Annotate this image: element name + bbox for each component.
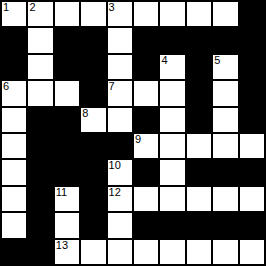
clue-number-1: 1 bbox=[3, 2, 9, 13]
cell-r2c9 bbox=[213, 28, 237, 52]
cell-r9c5[interactable] bbox=[108, 213, 132, 237]
cell-r4c9[interactable] bbox=[213, 81, 237, 105]
cell-r9c4 bbox=[81, 213, 105, 237]
cell-r7c10 bbox=[240, 160, 264, 184]
cell-r4c1[interactable]: 6 bbox=[2, 81, 26, 105]
cell-r10c6[interactable] bbox=[134, 240, 158, 264]
cell-r5c6 bbox=[134, 108, 158, 132]
cell-r9c6 bbox=[134, 213, 158, 237]
cell-r8c2 bbox=[28, 187, 52, 211]
cell-r2c7 bbox=[160, 28, 184, 52]
cell-r10c8[interactable] bbox=[187, 240, 211, 264]
cell-r4c3[interactable] bbox=[55, 81, 79, 105]
cell-r10c3[interactable]: 13 bbox=[55, 240, 79, 264]
cell-r6c9[interactable] bbox=[213, 134, 237, 158]
cell-r1c6[interactable] bbox=[134, 2, 158, 26]
cell-r5c7[interactable] bbox=[160, 108, 184, 132]
cell-r9c8 bbox=[187, 213, 211, 237]
clue-number-13: 13 bbox=[56, 240, 68, 251]
cell-r1c3[interactable] bbox=[55, 2, 79, 26]
cell-r3c1 bbox=[2, 55, 26, 79]
cell-r5c1[interactable] bbox=[2, 108, 26, 132]
cell-r7c1[interactable] bbox=[2, 160, 26, 184]
cell-r1c8[interactable] bbox=[187, 2, 211, 26]
cell-r7c5[interactable]: 10 bbox=[108, 160, 132, 184]
cell-r8c10[interactable] bbox=[240, 187, 264, 211]
cell-r7c6 bbox=[134, 160, 158, 184]
clue-number-11: 11 bbox=[56, 187, 67, 198]
clue-number-12: 12 bbox=[109, 187, 121, 198]
cell-r8c7[interactable] bbox=[160, 187, 184, 211]
cell-r2c2[interactable] bbox=[28, 28, 52, 52]
cell-r10c9[interactable] bbox=[213, 240, 237, 264]
cell-r9c9 bbox=[213, 213, 237, 237]
cell-r9c2 bbox=[28, 213, 52, 237]
cell-r10c2 bbox=[28, 240, 52, 264]
cell-r9c3[interactable] bbox=[55, 213, 79, 237]
clue-number-5: 5 bbox=[214, 55, 220, 66]
cell-r2c8 bbox=[187, 28, 211, 52]
cell-r8c1[interactable] bbox=[2, 187, 26, 211]
cell-r6c2 bbox=[28, 134, 52, 158]
crossword-grid: 12345678910111213 bbox=[0, 0, 266, 266]
cell-r10c4[interactable] bbox=[81, 240, 105, 264]
cell-r10c1 bbox=[2, 240, 26, 264]
cell-r3c4 bbox=[81, 55, 105, 79]
cell-r4c2[interactable] bbox=[28, 81, 52, 105]
cell-r1c7[interactable] bbox=[160, 2, 184, 26]
cell-r3c2[interactable] bbox=[28, 55, 52, 79]
cell-r6c7[interactable] bbox=[160, 134, 184, 158]
cell-r1c9[interactable] bbox=[213, 2, 237, 26]
cell-r5c3 bbox=[55, 108, 79, 132]
cell-r8c4 bbox=[81, 187, 105, 211]
cell-r1c10 bbox=[240, 2, 264, 26]
cell-r2c3 bbox=[55, 28, 79, 52]
clue-number-2: 2 bbox=[29, 2, 35, 13]
cell-r2c5[interactable] bbox=[108, 28, 132, 52]
clue-number-6: 6 bbox=[3, 81, 9, 92]
cell-r4c7[interactable] bbox=[160, 81, 184, 105]
cell-r6c4 bbox=[81, 134, 105, 158]
cell-r5c5[interactable] bbox=[108, 108, 132, 132]
cell-r4c10 bbox=[240, 81, 264, 105]
cell-r5c10 bbox=[240, 108, 264, 132]
cell-r7c9 bbox=[213, 160, 237, 184]
cell-r3c6 bbox=[134, 55, 158, 79]
cell-r6c3 bbox=[55, 134, 79, 158]
cell-r7c8 bbox=[187, 160, 211, 184]
cell-r5c2 bbox=[28, 108, 52, 132]
cell-r4c4 bbox=[81, 81, 105, 105]
cell-r10c5[interactable] bbox=[108, 240, 132, 264]
cell-r7c4 bbox=[81, 160, 105, 184]
cell-r6c6[interactable]: 9 bbox=[134, 134, 158, 158]
cell-r8c3[interactable]: 11 bbox=[55, 187, 79, 211]
cell-r3c8 bbox=[187, 55, 211, 79]
cell-r6c10[interactable] bbox=[240, 134, 264, 158]
clue-number-8: 8 bbox=[82, 108, 88, 119]
cell-r2c6 bbox=[134, 28, 158, 52]
clue-number-9: 9 bbox=[135, 134, 141, 145]
cell-r2c4 bbox=[81, 28, 105, 52]
cell-r3c7[interactable]: 4 bbox=[160, 55, 184, 79]
cell-r8c5[interactable]: 12 bbox=[108, 187, 132, 211]
cell-r1c4[interactable] bbox=[81, 2, 105, 26]
cell-r3c9[interactable]: 5 bbox=[213, 55, 237, 79]
cell-r9c7 bbox=[160, 213, 184, 237]
cell-r9c10 bbox=[240, 213, 264, 237]
cell-r5c4[interactable]: 8 bbox=[81, 108, 105, 132]
cell-r7c7[interactable] bbox=[160, 160, 184, 184]
clue-number-4: 4 bbox=[161, 55, 167, 66]
cell-r6c1[interactable] bbox=[2, 134, 26, 158]
cell-r4c5[interactable]: 7 bbox=[108, 81, 132, 105]
cell-r3c3 bbox=[55, 55, 79, 79]
cell-r6c5 bbox=[108, 134, 132, 158]
cell-r10c7[interactable] bbox=[160, 240, 184, 264]
cell-r2c1 bbox=[2, 28, 26, 52]
cell-r3c10 bbox=[240, 55, 264, 79]
cell-r3c5[interactable] bbox=[108, 55, 132, 79]
cell-r7c3 bbox=[55, 160, 79, 184]
clue-number-3: 3 bbox=[109, 2, 115, 13]
cell-r8c8[interactable] bbox=[187, 187, 211, 211]
cell-r8c6[interactable] bbox=[134, 187, 158, 211]
clue-number-10: 10 bbox=[109, 160, 121, 171]
cell-r10c10[interactable] bbox=[240, 240, 264, 264]
cell-r8c9[interactable] bbox=[213, 187, 237, 211]
cell-r6c8[interactable] bbox=[187, 134, 211, 158]
cell-r9c1[interactable] bbox=[2, 213, 26, 237]
cell-r5c9[interactable] bbox=[213, 108, 237, 132]
cell-r1c1[interactable]: 1 bbox=[2, 2, 26, 26]
cell-r4c8 bbox=[187, 81, 211, 105]
cell-r4c6[interactable] bbox=[134, 81, 158, 105]
cell-r1c5[interactable]: 3 bbox=[108, 2, 132, 26]
cell-r1c2[interactable]: 2 bbox=[28, 2, 52, 26]
cell-r2c10 bbox=[240, 28, 264, 52]
cell-r7c2 bbox=[28, 160, 52, 184]
clue-number-7: 7 bbox=[109, 81, 115, 92]
cell-r5c8 bbox=[187, 108, 211, 132]
